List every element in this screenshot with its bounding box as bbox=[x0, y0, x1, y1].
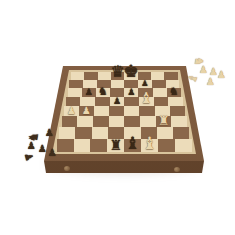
square-h1[interactable] bbox=[175, 139, 192, 152]
square-g8[interactable] bbox=[151, 72, 164, 80]
hinge-knob-right bbox=[174, 167, 180, 172]
square-a8[interactable] bbox=[71, 72, 84, 80]
square-a4[interactable]: ♟ bbox=[64, 106, 79, 116]
piece-light-bishop-f5[interactable]: ♝ bbox=[140, 91, 153, 106]
captured-dark-pawn-2: ♟ bbox=[45, 128, 54, 138]
chess-set-photo: ♛♚♟♟♞♟♞♟♝♟♟♜♜♝♝ ♞♟♟♟♟♟ ♞♟♟♟♝♟ bbox=[0, 0, 235, 235]
captured-light-pawn-4: ♟ bbox=[217, 70, 226, 80]
piece-dark-king-e8[interactable]: ♚ bbox=[123, 63, 138, 80]
piece-dark-bishop-e1[interactable]: ♝ bbox=[125, 135, 140, 152]
captured-light-pawn-2: ♟ bbox=[199, 65, 208, 75]
square-f7[interactable]: ♟ bbox=[138, 80, 152, 88]
square-c5[interactable] bbox=[95, 97, 110, 106]
square-h4[interactable] bbox=[170, 106, 185, 116]
rank-row-8: ♛♚ bbox=[71, 72, 178, 80]
square-b3[interactable] bbox=[77, 116, 93, 127]
square-f4[interactable] bbox=[139, 106, 154, 116]
square-e5[interactable] bbox=[124, 97, 139, 106]
square-g2[interactable] bbox=[157, 127, 173, 139]
square-c8[interactable] bbox=[98, 72, 111, 80]
square-a1[interactable] bbox=[57, 139, 74, 152]
hinge-knob-left bbox=[64, 166, 70, 171]
piece-dark-pawn-f7[interactable]: ♟ bbox=[141, 80, 148, 88]
rank-row-1: ♜♝♝ bbox=[57, 139, 192, 152]
square-a2[interactable] bbox=[59, 127, 75, 139]
piece-dark-rook-d1[interactable]: ♜ bbox=[110, 138, 123, 152]
square-h5[interactable] bbox=[168, 97, 183, 106]
square-d4[interactable] bbox=[109, 106, 124, 116]
square-c4[interactable] bbox=[94, 106, 109, 116]
square-f3[interactable] bbox=[140, 116, 156, 127]
square-d7[interactable] bbox=[111, 80, 125, 88]
square-e4[interactable] bbox=[124, 106, 139, 116]
square-e1[interactable]: ♝ bbox=[124, 139, 141, 152]
square-g5[interactable] bbox=[154, 97, 169, 106]
square-f5[interactable]: ♝ bbox=[139, 97, 154, 106]
square-a6[interactable] bbox=[68, 88, 82, 97]
piece-light-pawn-b4[interactable]: ♟ bbox=[82, 106, 91, 116]
square-d8[interactable]: ♛ bbox=[111, 72, 124, 80]
rank-row-6: ♟♞♟♞ bbox=[68, 88, 182, 97]
square-h8[interactable] bbox=[164, 72, 177, 80]
square-h6[interactable]: ♞ bbox=[167, 88, 181, 97]
piece-light-pawn-a4[interactable]: ♟ bbox=[67, 106, 76, 116]
square-g6[interactable] bbox=[153, 88, 167, 97]
square-e3[interactable] bbox=[124, 116, 140, 127]
captured-dark-pawn-3: ♟ bbox=[27, 141, 36, 151]
piece-dark-pawn-e6[interactable]: ♟ bbox=[127, 88, 135, 97]
square-e8[interactable]: ♚ bbox=[124, 72, 137, 80]
square-b4[interactable]: ♟ bbox=[79, 106, 94, 116]
square-d3[interactable] bbox=[109, 116, 125, 127]
square-h3[interactable] bbox=[171, 116, 187, 127]
piece-dark-pawn-d5[interactable]: ♟ bbox=[113, 97, 121, 106]
piece-light-bishop-f1[interactable]: ♝ bbox=[142, 135, 157, 152]
piece-dark-knight-h6[interactable]: ♞ bbox=[169, 86, 179, 97]
square-b6[interactable]: ♟ bbox=[82, 88, 96, 97]
square-g3[interactable]: ♜ bbox=[156, 116, 172, 127]
square-b2[interactable] bbox=[75, 127, 91, 139]
square-a3[interactable] bbox=[62, 116, 78, 127]
square-h2[interactable] bbox=[173, 127, 189, 139]
captured-dark-pawn-5: ♟ bbox=[48, 148, 57, 158]
rank-row-3: ♜ bbox=[62, 116, 187, 127]
square-b1[interactable] bbox=[74, 139, 91, 152]
square-d5[interactable]: ♟ bbox=[110, 97, 125, 106]
captured-dark-pawn-6: ♟ bbox=[22, 151, 34, 162]
square-a7[interactable] bbox=[69, 80, 83, 88]
square-b8[interactable] bbox=[84, 72, 97, 80]
square-e6[interactable]: ♟ bbox=[124, 88, 138, 97]
square-c3[interactable] bbox=[93, 116, 109, 127]
square-c1[interactable] bbox=[90, 139, 107, 152]
captured-dark-pawn-4: ♟ bbox=[38, 144, 47, 154]
captured-light-pawn-6: ♟ bbox=[206, 77, 215, 87]
square-f1[interactable]: ♝ bbox=[141, 139, 158, 152]
piece-light-rook-g3[interactable]: ♜ bbox=[158, 114, 170, 127]
square-c2[interactable] bbox=[92, 127, 108, 139]
piece-dark-pawn-b6[interactable]: ♟ bbox=[85, 88, 93, 97]
square-g7[interactable] bbox=[152, 80, 166, 88]
square-g1[interactable] bbox=[158, 139, 175, 152]
square-c6[interactable]: ♞ bbox=[96, 88, 110, 97]
piece-dark-knight-c6[interactable]: ♞ bbox=[98, 86, 108, 97]
square-d1[interactable]: ♜ bbox=[107, 139, 124, 152]
